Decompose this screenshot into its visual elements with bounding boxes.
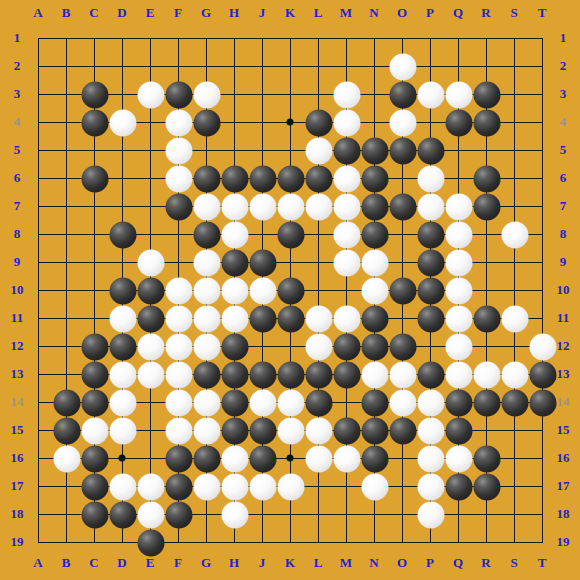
column-label-bottom: M — [340, 555, 352, 571]
black-stone[interactable] — [277, 361, 304, 388]
black-stone[interactable] — [277, 277, 304, 304]
row-label-right: 6 — [560, 170, 567, 186]
column-label-top: K — [285, 5, 295, 21]
black-stone[interactable] — [193, 165, 220, 192]
white-stone[interactable] — [81, 417, 108, 444]
white-stone[interactable] — [221, 193, 248, 220]
white-stone[interactable] — [501, 221, 528, 248]
black-stone[interactable] — [417, 137, 444, 164]
white-stone[interactable] — [137, 361, 164, 388]
black-stone[interactable] — [137, 277, 164, 304]
black-stone[interactable] — [249, 249, 276, 276]
white-stone[interactable] — [333, 165, 360, 192]
white-stone[interactable] — [445, 445, 472, 472]
black-stone[interactable] — [389, 193, 416, 220]
white-stone[interactable] — [165, 361, 192, 388]
row-label-right: 17 — [557, 478, 570, 494]
row-label-left: 2 — [14, 58, 21, 74]
black-stone[interactable] — [193, 361, 220, 388]
row-label-left: 17 — [11, 478, 24, 494]
black-stone[interactable] — [249, 305, 276, 332]
white-stone[interactable] — [417, 501, 444, 528]
white-stone[interactable] — [109, 109, 136, 136]
black-stone[interactable] — [305, 165, 332, 192]
column-label-top: H — [229, 5, 239, 21]
white-stone[interactable] — [193, 333, 220, 360]
black-stone[interactable] — [389, 81, 416, 108]
white-stone[interactable] — [389, 109, 416, 136]
black-stone[interactable] — [221, 417, 248, 444]
row-label-left: 9 — [14, 254, 21, 270]
black-stone[interactable] — [305, 361, 332, 388]
white-stone[interactable] — [165, 389, 192, 416]
row-label-left: 7 — [14, 198, 21, 214]
column-label-top: Q — [453, 5, 463, 21]
row-label-right: 16 — [557, 450, 570, 466]
white-stone[interactable] — [277, 473, 304, 500]
black-stone[interactable] — [81, 333, 108, 360]
white-stone[interactable] — [165, 109, 192, 136]
row-label-left: 18 — [11, 506, 24, 522]
column-label-top: O — [397, 5, 407, 21]
black-stone[interactable] — [221, 361, 248, 388]
column-label-bottom: R — [481, 555, 490, 571]
white-stone[interactable] — [473, 361, 500, 388]
black-stone[interactable] — [109, 333, 136, 360]
black-stone[interactable] — [81, 361, 108, 388]
white-stone[interactable] — [277, 417, 304, 444]
black-stone[interactable] — [529, 361, 556, 388]
black-stone[interactable] — [81, 81, 108, 108]
black-stone[interactable] — [165, 473, 192, 500]
black-stone[interactable] — [137, 529, 164, 556]
black-stone[interactable] — [361, 165, 388, 192]
black-stone[interactable] — [53, 389, 80, 416]
black-stone[interactable] — [221, 389, 248, 416]
black-stone[interactable] — [193, 221, 220, 248]
white-stone[interactable] — [333, 445, 360, 472]
white-stone[interactable] — [305, 137, 332, 164]
white-stone[interactable] — [221, 305, 248, 332]
white-stone[interactable] — [445, 221, 472, 248]
black-stone[interactable] — [109, 501, 136, 528]
row-label-left: 13 — [11, 366, 24, 382]
black-stone[interactable] — [361, 389, 388, 416]
white-stone[interactable] — [529, 333, 556, 360]
column-label-bottom: Q — [453, 555, 463, 571]
star-point — [287, 119, 294, 126]
black-stone[interactable] — [165, 81, 192, 108]
white-stone[interactable] — [165, 165, 192, 192]
row-label-right: 19 — [557, 534, 570, 550]
column-label-bottom: A — [33, 555, 42, 571]
white-stone[interactable] — [445, 361, 472, 388]
column-label-top: F — [174, 5, 182, 21]
black-stone[interactable] — [305, 389, 332, 416]
white-stone[interactable] — [417, 445, 444, 472]
white-stone[interactable] — [445, 277, 472, 304]
white-stone[interactable] — [361, 249, 388, 276]
black-stone[interactable] — [445, 473, 472, 500]
column-label-bottom: D — [117, 555, 126, 571]
row-label-right: 7 — [560, 198, 567, 214]
row-label-right: 3 — [560, 86, 567, 102]
black-stone[interactable] — [81, 389, 108, 416]
black-stone[interactable] — [333, 333, 360, 360]
row-label-right: 5 — [560, 142, 567, 158]
column-label-bottom: C — [89, 555, 98, 571]
white-stone[interactable] — [193, 249, 220, 276]
white-stone[interactable] — [221, 445, 248, 472]
black-stone[interactable] — [473, 109, 500, 136]
black-stone[interactable] — [165, 193, 192, 220]
white-stone[interactable] — [333, 221, 360, 248]
black-stone[interactable] — [473, 81, 500, 108]
row-label-left: 6 — [14, 170, 21, 186]
white-stone[interactable] — [445, 333, 472, 360]
row-label-left: 10 — [11, 282, 24, 298]
white-stone[interactable] — [445, 193, 472, 220]
black-stone[interactable] — [361, 417, 388, 444]
row-label-left: 12 — [11, 338, 24, 354]
column-label-top: R — [481, 5, 490, 21]
black-stone[interactable] — [305, 109, 332, 136]
black-stone[interactable] — [445, 417, 472, 444]
black-stone[interactable] — [81, 109, 108, 136]
column-label-bottom: J — [259, 555, 266, 571]
black-stone[interactable] — [221, 333, 248, 360]
white-stone[interactable] — [417, 193, 444, 220]
white-stone[interactable] — [417, 417, 444, 444]
black-stone[interactable] — [249, 361, 276, 388]
column-label-top: P — [426, 5, 434, 21]
white-stone[interactable] — [333, 193, 360, 220]
white-stone[interactable] — [221, 221, 248, 248]
row-label-right: 1 — [560, 30, 567, 46]
row-label-right: 13 — [557, 366, 570, 382]
column-label-top: N — [369, 5, 378, 21]
black-stone[interactable] — [417, 221, 444, 248]
white-stone[interactable] — [53, 445, 80, 472]
white-stone[interactable] — [193, 277, 220, 304]
column-label-bottom: O — [397, 555, 407, 571]
row-label-right: 15 — [557, 422, 570, 438]
black-stone[interactable] — [417, 249, 444, 276]
white-stone[interactable] — [109, 473, 136, 500]
column-label-bottom: B — [62, 555, 71, 571]
white-stone[interactable] — [277, 193, 304, 220]
black-stone[interactable] — [81, 445, 108, 472]
white-stone[interactable] — [305, 305, 332, 332]
white-stone[interactable] — [333, 305, 360, 332]
row-label-right: 14 — [557, 394, 570, 410]
white-stone[interactable] — [305, 417, 332, 444]
white-stone[interactable] — [109, 389, 136, 416]
column-label-bottom: N — [369, 555, 378, 571]
grid-line-vertical — [542, 38, 543, 543]
white-stone[interactable] — [165, 417, 192, 444]
row-label-right: 10 — [557, 282, 570, 298]
column-label-bottom: P — [426, 555, 434, 571]
row-label-right: 18 — [557, 506, 570, 522]
black-stone[interactable] — [165, 445, 192, 472]
black-stone[interactable] — [81, 165, 108, 192]
row-label-left: 16 — [11, 450, 24, 466]
star-point — [119, 455, 126, 462]
column-label-top: J — [259, 5, 266, 21]
black-stone[interactable] — [333, 417, 360, 444]
white-stone[interactable] — [417, 473, 444, 500]
row-label-right: 4 — [560, 114, 567, 130]
white-stone[interactable] — [417, 389, 444, 416]
white-stone[interactable] — [137, 501, 164, 528]
white-stone[interactable] — [109, 361, 136, 388]
white-stone[interactable] — [417, 81, 444, 108]
black-stone[interactable] — [389, 137, 416, 164]
column-label-bottom: H — [229, 555, 239, 571]
row-label-left: 8 — [14, 226, 21, 242]
white-stone[interactable] — [445, 249, 472, 276]
row-label-left: 19 — [11, 534, 24, 550]
black-stone[interactable] — [361, 221, 388, 248]
white-stone[interactable] — [305, 333, 332, 360]
column-label-top: B — [62, 5, 71, 21]
column-label-bottom: F — [174, 555, 182, 571]
column-label-top: S — [510, 5, 517, 21]
black-stone[interactable] — [165, 501, 192, 528]
white-stone[interactable] — [193, 305, 220, 332]
white-stone[interactable] — [137, 249, 164, 276]
black-stone[interactable] — [417, 277, 444, 304]
column-label-top: D — [117, 5, 126, 21]
black-stone[interactable] — [389, 277, 416, 304]
black-stone[interactable] — [109, 277, 136, 304]
black-stone[interactable] — [361, 305, 388, 332]
black-stone[interactable] — [417, 305, 444, 332]
column-label-bottom: S — [510, 555, 517, 571]
black-stone[interactable] — [109, 221, 136, 248]
white-stone[interactable] — [389, 53, 416, 80]
black-stone[interactable] — [277, 305, 304, 332]
column-label-top: G — [201, 5, 211, 21]
row-label-left: 1 — [14, 30, 21, 46]
white-stone[interactable] — [137, 333, 164, 360]
white-stone[interactable] — [193, 473, 220, 500]
white-stone[interactable] — [109, 417, 136, 444]
white-stone[interactable] — [193, 81, 220, 108]
white-stone[interactable] — [445, 305, 472, 332]
white-stone[interactable] — [249, 193, 276, 220]
white-stone[interactable] — [361, 361, 388, 388]
black-stone[interactable] — [361, 333, 388, 360]
white-stone[interactable] — [137, 473, 164, 500]
black-stone[interactable] — [193, 445, 220, 472]
row-label-right: 11 — [557, 310, 569, 326]
column-label-top: E — [146, 5, 155, 21]
black-stone[interactable] — [529, 389, 556, 416]
white-stone[interactable] — [193, 417, 220, 444]
black-stone[interactable] — [473, 473, 500, 500]
row-label-left: 3 — [14, 86, 21, 102]
black-stone[interactable] — [277, 221, 304, 248]
row-label-left: 4 — [14, 114, 21, 130]
black-stone[interactable] — [249, 445, 276, 472]
black-stone[interactable] — [473, 389, 500, 416]
row-label-left: 15 — [11, 422, 24, 438]
black-stone[interactable] — [361, 445, 388, 472]
grid-line-horizontal — [38, 542, 543, 543]
black-stone[interactable] — [221, 249, 248, 276]
white-stone[interactable] — [249, 389, 276, 416]
black-stone[interactable] — [361, 193, 388, 220]
white-stone[interactable] — [417, 165, 444, 192]
black-stone[interactable] — [417, 361, 444, 388]
column-label-bottom: K — [285, 555, 295, 571]
row-label-right: 8 — [560, 226, 567, 242]
white-stone[interactable] — [249, 277, 276, 304]
black-stone[interactable] — [361, 137, 388, 164]
white-stone[interactable] — [333, 109, 360, 136]
row-label-right: 9 — [560, 254, 567, 270]
black-stone[interactable] — [445, 389, 472, 416]
white-stone[interactable] — [389, 361, 416, 388]
star-point — [287, 455, 294, 462]
white-stone[interactable] — [165, 333, 192, 360]
white-stone[interactable] — [221, 473, 248, 500]
black-stone[interactable] — [473, 193, 500, 220]
white-stone[interactable] — [137, 81, 164, 108]
white-stone[interactable] — [305, 445, 332, 472]
white-stone[interactable] — [501, 361, 528, 388]
white-stone[interactable] — [445, 81, 472, 108]
black-stone[interactable] — [249, 417, 276, 444]
row-label-left: 11 — [11, 310, 23, 326]
white-stone[interactable] — [165, 277, 192, 304]
column-label-top: A — [33, 5, 42, 21]
white-stone[interactable] — [361, 473, 388, 500]
grid-line-vertical — [514, 38, 515, 543]
black-stone[interactable] — [501, 389, 528, 416]
black-stone[interactable] — [473, 305, 500, 332]
white-stone[interactable] — [165, 305, 192, 332]
white-stone[interactable] — [221, 501, 248, 528]
black-stone[interactable] — [221, 165, 248, 192]
row-label-left: 5 — [14, 142, 21, 158]
white-stone[interactable] — [333, 249, 360, 276]
row-label-right: 2 — [560, 58, 567, 74]
black-stone[interactable] — [445, 109, 472, 136]
column-label-top: T — [538, 5, 547, 21]
black-stone[interactable] — [277, 165, 304, 192]
black-stone[interactable] — [53, 417, 80, 444]
black-stone[interactable] — [333, 361, 360, 388]
white-stone[interactable] — [109, 305, 136, 332]
black-stone[interactable] — [193, 109, 220, 136]
column-label-bottom: T — [538, 555, 547, 571]
row-label-left: 14 — [11, 394, 24, 410]
white-stone[interactable] — [193, 389, 220, 416]
white-stone[interactable] — [333, 81, 360, 108]
black-stone[interactable] — [473, 165, 500, 192]
column-label-bottom: L — [314, 555, 323, 571]
go-board[interactable]: AABBCCDDEEFFGGHHJJKKLLMMNNOOPPQQRRSSTT11… — [0, 0, 580, 580]
white-stone[interactable] — [249, 473, 276, 500]
column-label-top: C — [89, 5, 98, 21]
black-stone[interactable] — [249, 165, 276, 192]
row-label-right: 12 — [557, 338, 570, 354]
white-stone[interactable] — [305, 193, 332, 220]
white-stone[interactable] — [277, 389, 304, 416]
column-label-top: L — [314, 5, 323, 21]
black-stone[interactable] — [473, 445, 500, 472]
column-label-top: M — [340, 5, 352, 21]
column-label-bottom: E — [146, 555, 155, 571]
white-stone[interactable] — [389, 389, 416, 416]
column-label-bottom: G — [201, 555, 211, 571]
white-stone[interactable] — [501, 305, 528, 332]
black-stone[interactable] — [389, 333, 416, 360]
white-stone[interactable] — [361, 277, 388, 304]
black-stone[interactable] — [137, 305, 164, 332]
white-stone[interactable] — [165, 137, 192, 164]
black-stone[interactable] — [81, 473, 108, 500]
black-stone[interactable] — [81, 501, 108, 528]
black-stone[interactable] — [333, 137, 360, 164]
white-stone[interactable] — [221, 277, 248, 304]
black-stone[interactable] — [389, 417, 416, 444]
white-stone[interactable] — [193, 193, 220, 220]
